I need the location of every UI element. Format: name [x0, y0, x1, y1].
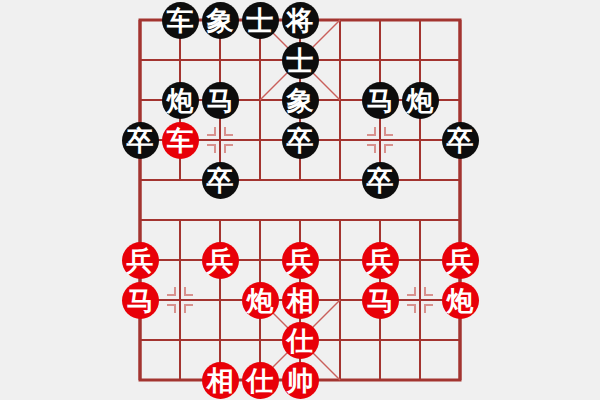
point-b8[interactable]	[160, 320, 200, 360]
point-g1[interactable]	[360, 40, 400, 80]
piece-red-elephant[interactable]: 相	[202, 362, 239, 399]
point-e1[interactable]: 士	[280, 40, 320, 80]
point-i4[interactable]	[440, 160, 480, 200]
point-c7[interactable]	[200, 280, 240, 320]
point-a6[interactable]: 兵	[120, 240, 160, 280]
point-c9[interactable]: 相	[200, 360, 240, 400]
point-b0[interactable]: 车	[160, 0, 200, 40]
point-c1[interactable]	[200, 40, 240, 80]
piece-black-general[interactable]: 将	[282, 2, 319, 39]
point-f9[interactable]	[320, 360, 360, 400]
point-g4[interactable]: 卒	[360, 160, 400, 200]
point-c0[interactable]: 象	[200, 0, 240, 40]
point-f1[interactable]	[320, 40, 360, 80]
point-c4[interactable]: 卒	[200, 160, 240, 200]
point-h9[interactable]	[400, 360, 440, 400]
point-e5[interactable]	[280, 200, 320, 240]
point-i8[interactable]	[440, 320, 480, 360]
point-i6[interactable]: 兵	[440, 240, 480, 280]
point-b6[interactable]	[160, 240, 200, 280]
piece-black-soldier[interactable]: 卒	[282, 122, 319, 159]
piece-red-soldier[interactable]: 兵	[282, 242, 319, 279]
point-b4[interactable]	[160, 160, 200, 200]
point-f6[interactable]	[320, 240, 360, 280]
piece-red-horse[interactable]: 马	[362, 282, 399, 319]
piece-black-chariot[interactable]: 车	[162, 2, 199, 39]
point-d1[interactable]	[240, 40, 280, 80]
point-g5[interactable]	[360, 200, 400, 240]
point-g0[interactable]	[360, 0, 400, 40]
piece-black-soldier[interactable]: 卒	[442, 122, 479, 159]
point-i7[interactable]: 炮	[440, 280, 480, 320]
point-i2[interactable]	[440, 80, 480, 120]
point-e2[interactable]: 象	[280, 80, 320, 120]
piece-red-advisor[interactable]: 仕	[282, 322, 319, 359]
piece-black-horse[interactable]: 马	[202, 82, 239, 119]
point-f5[interactable]	[320, 200, 360, 240]
piece-red-soldier[interactable]: 兵	[122, 242, 159, 279]
point-d0[interactable]: 士	[240, 0, 280, 40]
piece-black-elephant[interactable]: 象	[282, 82, 319, 119]
point-d3[interactable]	[240, 120, 280, 160]
piece-black-cannon[interactable]: 炮	[162, 82, 199, 119]
point-h4[interactable]	[400, 160, 440, 200]
point-i9[interactable]	[440, 360, 480, 400]
point-h2[interactable]: 炮	[400, 80, 440, 120]
point-a7[interactable]: 马	[120, 280, 160, 320]
point-h1[interactable]	[400, 40, 440, 80]
point-i3[interactable]: 卒	[440, 120, 480, 160]
point-e8[interactable]: 仕	[280, 320, 320, 360]
point-f0[interactable]	[320, 0, 360, 40]
piece-red-general[interactable]: 帅	[282, 362, 319, 399]
piece-black-soldier[interactable]: 卒	[362, 162, 399, 199]
point-d8[interactable]	[240, 320, 280, 360]
point-i5[interactable]	[440, 200, 480, 240]
point-b5[interactable]	[160, 200, 200, 240]
point-d2[interactable]	[240, 80, 280, 120]
point-a9[interactable]	[120, 360, 160, 400]
piece-red-soldier[interactable]: 兵	[362, 242, 399, 279]
point-h8[interactable]	[400, 320, 440, 360]
point-f7[interactable]	[320, 280, 360, 320]
point-h3[interactable]	[400, 120, 440, 160]
point-d7[interactable]: 炮	[240, 280, 280, 320]
point-c2[interactable]: 马	[200, 80, 240, 120]
point-b3[interactable]: 车	[160, 120, 200, 160]
point-c3[interactable]	[200, 120, 240, 160]
point-a5[interactable]	[120, 200, 160, 240]
piece-red-horse[interactable]: 马	[122, 282, 159, 319]
point-e0[interactable]: 将	[280, 0, 320, 40]
point-h5[interactable]	[400, 200, 440, 240]
point-f2[interactable]	[320, 80, 360, 120]
point-h7[interactable]	[400, 280, 440, 320]
point-c5[interactable]	[200, 200, 240, 240]
point-e3[interactable]: 卒	[280, 120, 320, 160]
piece-black-advisor[interactable]: 士	[242, 2, 279, 39]
point-h6[interactable]	[400, 240, 440, 280]
piece-black-soldier[interactable]: 卒	[202, 162, 239, 199]
point-d4[interactable]	[240, 160, 280, 200]
piece-black-advisor[interactable]: 士	[282, 42, 319, 79]
piece-black-horse[interactable]: 马	[362, 82, 399, 119]
point-g9[interactable]	[360, 360, 400, 400]
point-a3[interactable]: 卒	[120, 120, 160, 160]
point-e7[interactable]: 相	[280, 280, 320, 320]
piece-red-advisor[interactable]: 仕	[242, 362, 279, 399]
piece-red-soldier[interactable]: 兵	[442, 242, 479, 279]
point-g3[interactable]	[360, 120, 400, 160]
point-b2[interactable]: 炮	[160, 80, 200, 120]
point-e6[interactable]: 兵	[280, 240, 320, 280]
point-a8[interactable]	[120, 320, 160, 360]
piece-red-soldier[interactable]: 兵	[202, 242, 239, 279]
point-e9[interactable]: 帅	[280, 360, 320, 400]
point-i0[interactable]	[440, 0, 480, 40]
point-d9[interactable]: 仕	[240, 360, 280, 400]
piece-red-cannon[interactable]: 炮	[242, 282, 279, 319]
point-f3[interactable]	[320, 120, 360, 160]
piece-black-elephant[interactable]: 象	[202, 2, 239, 39]
piece-red-elephant[interactable]: 相	[282, 282, 319, 319]
point-a2[interactable]	[120, 80, 160, 120]
piece-red-chariot[interactable]: 车	[162, 122, 199, 159]
point-g2[interactable]: 马	[360, 80, 400, 120]
point-b7[interactable]	[160, 280, 200, 320]
point-c8[interactable]	[200, 320, 240, 360]
piece-black-cannon[interactable]: 炮	[402, 82, 439, 119]
point-i1[interactable]	[440, 40, 480, 80]
piece-red-cannon[interactable]: 炮	[442, 282, 479, 319]
point-g8[interactable]	[360, 320, 400, 360]
point-b9[interactable]	[160, 360, 200, 400]
point-g6[interactable]: 兵	[360, 240, 400, 280]
point-g7[interactable]: 马	[360, 280, 400, 320]
point-b1[interactable]	[160, 40, 200, 80]
point-c6[interactable]: 兵	[200, 240, 240, 280]
xiangqi-board: 车象士将士炮马象马炮卒车卒卒卒卒兵兵兵兵兵马炮相马炮仕相仕帅	[0, 0, 600, 400]
point-a1[interactable]	[120, 40, 160, 80]
point-d6[interactable]	[240, 240, 280, 280]
piece-black-soldier[interactable]: 卒	[122, 122, 159, 159]
point-h0[interactable]	[400, 0, 440, 40]
board-points-grid: 车象士将士炮马象马炮卒车卒卒卒卒兵兵兵兵兵马炮相马炮仕相仕帅	[120, 0, 480, 400]
point-e4[interactable]	[280, 160, 320, 200]
point-f4[interactable]	[320, 160, 360, 200]
point-a0[interactable]	[120, 0, 160, 40]
point-a4[interactable]	[120, 160, 160, 200]
point-f8[interactable]	[320, 320, 360, 360]
point-d5[interactable]	[240, 200, 280, 240]
